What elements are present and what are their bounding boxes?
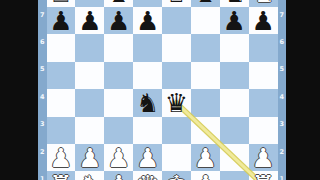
rank-label-3-left: 3: [38, 120, 47, 128]
rank-label-4-right: 4: [278, 93, 287, 101]
rank-labels: 8877665544332211: [38, 0, 286, 180]
rank-label-4-left: 4: [38, 93, 47, 101]
rank-label-3-right: 3: [278, 120, 287, 128]
video-frame[interactable]: ♜♝♚♝♞♞♟♟♟♟♟♟♞♛♟♟♟♟♟♟♜♞♝♛♚♝♜ 887766554433…: [0, 0, 320, 180]
rank-label-6-left: 6: [38, 38, 47, 46]
rank-label-1-left: 1: [38, 175, 47, 180]
rank-label-5-left: 5: [38, 65, 47, 73]
rank-label-7-left: 7: [38, 11, 47, 19]
chess-board: ♜♝♚♝♞♞♟♟♟♟♟♟♞♛♟♟♟♟♟♟♜♞♝♛♚♝♜ 887766554433…: [38, 0, 286, 180]
rank-label-7-right: 7: [278, 11, 287, 19]
rank-label-6-right: 6: [278, 38, 287, 46]
rank-label-5-right: 5: [278, 65, 287, 73]
rank-label-2-right: 2: [278, 148, 287, 156]
rank-label-2-left: 2: [38, 148, 47, 156]
rank-label-1-right: 1: [278, 175, 287, 180]
